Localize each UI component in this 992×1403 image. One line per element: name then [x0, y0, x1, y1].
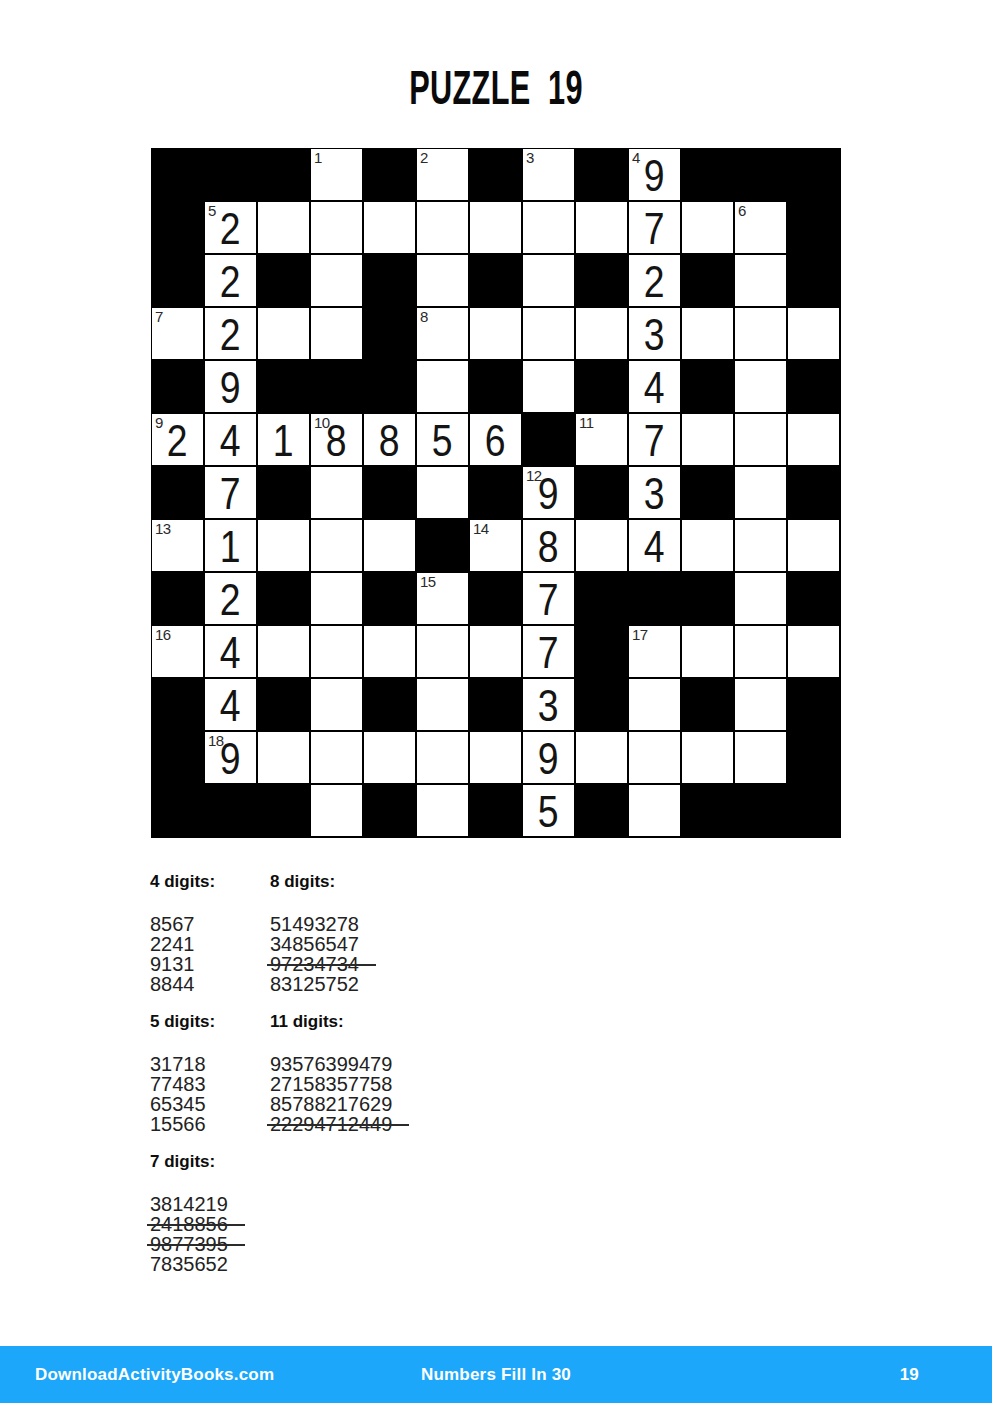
- grid-cell-r7c9[interactable]: 4: [628, 519, 681, 572]
- fill-number: 27158357758: [270, 1074, 390, 1094]
- grid-cell-r8c7[interactable]: 7: [522, 572, 575, 625]
- grid-cell-r1c3[interactable]: [310, 201, 363, 254]
- clue-number-15: 15: [420, 574, 436, 590]
- grid-cell-r9c6[interactable]: [469, 625, 522, 678]
- page-title: PUZZLE 19: [179, 60, 814, 116]
- grid-cell-r6c10: [681, 466, 734, 519]
- grid-cell-r6c2: [257, 466, 310, 519]
- grid-cell-r0c7[interactable]: 3: [522, 148, 575, 201]
- list-group-1: 4 digits:85672241913188448 digits:514932…: [150, 872, 390, 994]
- grid-cell-r1c11[interactable]: 6: [734, 201, 787, 254]
- grid-cell-r10c8: [575, 678, 628, 731]
- cell-digit: 7: [644, 207, 665, 251]
- grid-cell-r5c6[interactable]: 6: [469, 413, 522, 466]
- fill-number: 93576399479: [270, 1054, 390, 1074]
- grid-cell-r4c0: [151, 360, 204, 413]
- grid-cell-r7c12[interactable]: [787, 519, 840, 572]
- grid-cell-r8c10: [681, 572, 734, 625]
- grid-cell-r11c1[interactable]: 189: [204, 731, 257, 784]
- grid-cell-r12c5[interactable]: [416, 784, 469, 837]
- cell-digit: 4: [644, 525, 665, 569]
- fill-number: 83125752: [270, 974, 390, 994]
- grid-cell-r8c8: [575, 572, 628, 625]
- fill-number: 22294712449: [270, 1114, 390, 1134]
- clue-number-8: 8: [420, 309, 428, 325]
- list-section: 8 digits:5149327834856547972347348312575…: [270, 872, 390, 994]
- grid-cell-r2c6: [469, 254, 522, 307]
- fill-number: 8844: [150, 974, 270, 994]
- grid-cell-r3c12[interactable]: [787, 307, 840, 360]
- cell-digit: 2: [220, 207, 241, 251]
- grid-cell-r6c3[interactable]: [310, 466, 363, 519]
- grid-cell-r9c2[interactable]: [257, 625, 310, 678]
- clue-number-9: 9: [155, 415, 163, 431]
- grid-cell-r10c3[interactable]: [310, 678, 363, 731]
- clue-number-6: 6: [738, 203, 746, 219]
- footer-site-text: DownloadActivityBooks.com: [35, 1365, 274, 1385]
- grid-cell-r5c4[interactable]: 8: [363, 413, 416, 466]
- grid-cell-r0c1: [204, 148, 257, 201]
- grid-cell-r7c1[interactable]: 1: [204, 519, 257, 572]
- grid-cell-r4c6: [469, 360, 522, 413]
- grid-cell-r11c7[interactable]: 9: [522, 731, 575, 784]
- grid-cell-r9c4[interactable]: [363, 625, 416, 678]
- grid-cell-r9c5[interactable]: [416, 625, 469, 678]
- list-header: 5 digits:: [150, 1012, 270, 1032]
- grid-cell-r6c8: [575, 466, 628, 519]
- footer-page-number: 19: [900, 1365, 919, 1385]
- grid-cell-r10c12: [787, 678, 840, 731]
- grid-cell-r3c0[interactable]: 7: [151, 307, 204, 360]
- grid-cell-r4c7[interactable]: [522, 360, 575, 413]
- grid-cell-r4c8: [575, 360, 628, 413]
- grid-cell-r4c4: [363, 360, 416, 413]
- grid-cell-r0c0: [151, 148, 204, 201]
- grid-cell-r11c10[interactable]: [681, 731, 734, 784]
- grid-cell-r10c4: [363, 678, 416, 731]
- fill-number: 9131: [150, 954, 270, 974]
- grid-cell-r2c1[interactable]: 2: [204, 254, 257, 307]
- fill-number: 7835652: [150, 1254, 270, 1274]
- grid-cell-r6c6: [469, 466, 522, 519]
- grid-cell-r11c2[interactable]: [257, 731, 310, 784]
- grid-cell-r4c3: [310, 360, 363, 413]
- grid-cell-r6c11[interactable]: [734, 466, 787, 519]
- grid-cell-r8c2: [257, 572, 310, 625]
- list-header: 8 digits:: [270, 872, 390, 892]
- grid-cell-r8c12: [787, 572, 840, 625]
- grid-cell-r7c2[interactable]: [257, 519, 310, 572]
- list-section: 11 digits:935763994792715835775885788217…: [270, 1012, 390, 1134]
- clue-number-14: 14: [473, 521, 489, 537]
- grid-cell-r12c6: [469, 784, 522, 837]
- cell-digit: 3: [538, 684, 559, 728]
- grid-cell-r0c2: [257, 148, 310, 201]
- grid-cell-r4c9[interactable]: 4: [628, 360, 681, 413]
- grid-cell-r7c3[interactable]: [310, 519, 363, 572]
- grid-cell-r9c3[interactable]: [310, 625, 363, 678]
- grid-cell-r7c7[interactable]: 8: [522, 519, 575, 572]
- grid-cell-r11c6[interactable]: [469, 731, 522, 784]
- fill-number: 9877395: [150, 1234, 270, 1254]
- grid-cell-r11c11[interactable]: [734, 731, 787, 784]
- grid-cell-r1c0: [151, 201, 204, 254]
- grid-cell-r1c4[interactable]: [363, 201, 416, 254]
- grid-cell-r5c9[interactable]: 7: [628, 413, 681, 466]
- grid-cell-r1c1[interactable]: 52: [204, 201, 257, 254]
- cell-digit: 7: [538, 578, 559, 622]
- grid-cell-r2c12: [787, 254, 840, 307]
- grid-cell-r8c5[interactable]: 15: [416, 572, 469, 625]
- clue-number-7: 7: [155, 309, 163, 325]
- grid-cell-r8c0: [151, 572, 204, 625]
- grid-cell-r2c2: [257, 254, 310, 307]
- grid-cell-r1c6[interactable]: [469, 201, 522, 254]
- grid-cell-r3c3[interactable]: [310, 307, 363, 360]
- grid-cell-r10c7[interactable]: 3: [522, 678, 575, 731]
- grid-cell-r10c9[interactable]: [628, 678, 681, 731]
- grid-cell-r0c4: [363, 148, 416, 201]
- grid-cell-r12c11: [734, 784, 787, 837]
- grid-cell-r1c9[interactable]: 7: [628, 201, 681, 254]
- grid-cell-r1c8[interactable]: [575, 201, 628, 254]
- list-group-3: 7 digits:3814219241885698773957835652: [150, 1152, 270, 1274]
- grid-cell-r12c0: [151, 784, 204, 837]
- grid-cell-r2c3[interactable]: [310, 254, 363, 307]
- cell-digit: 2: [644, 260, 665, 304]
- cell-digit: 7: [644, 419, 665, 463]
- grid-cell-r3c5[interactable]: 8: [416, 307, 469, 360]
- grid-cell-r5c5[interactable]: 5: [416, 413, 469, 466]
- grid-cell-r0c10: [681, 148, 734, 201]
- clue-number-5: 5: [208, 203, 216, 219]
- grid-cell-r2c5[interactable]: [416, 254, 469, 307]
- grid-cell-r11c3[interactable]: [310, 731, 363, 784]
- grid-cell-r9c10[interactable]: [681, 625, 734, 678]
- cell-digit: 9: [220, 737, 241, 781]
- cell-digit: 3: [644, 472, 665, 516]
- grid-cell-r11c5[interactable]: [416, 731, 469, 784]
- cell-digit: 8: [326, 419, 347, 463]
- grid-cell-r7c0[interactable]: 13: [151, 519, 204, 572]
- grid-cell-r1c5[interactable]: [416, 201, 469, 254]
- grid-cell-r1c2[interactable]: [257, 201, 310, 254]
- grid-cell-r5c10[interactable]: [681, 413, 734, 466]
- grid-cell-r10c1[interactable]: 4: [204, 678, 257, 731]
- grid-cell-r5c12[interactable]: [787, 413, 840, 466]
- grid-cell-r3c6[interactable]: [469, 307, 522, 360]
- grid-cell-r7c6[interactable]: 14: [469, 519, 522, 572]
- grid-cell-r12c10: [681, 784, 734, 837]
- grid-cell-r7c11[interactable]: [734, 519, 787, 572]
- list-header: 4 digits:: [150, 872, 270, 892]
- grid-cell-r3c4: [363, 307, 416, 360]
- grid-cell-r4c12: [787, 360, 840, 413]
- grid-cell-r9c12[interactable]: [787, 625, 840, 678]
- clue-number-2: 2: [420, 150, 428, 166]
- cell-digit: 7: [538, 631, 559, 675]
- grid-cell-r8c3[interactable]: [310, 572, 363, 625]
- grid-cell-r3c2[interactable]: [257, 307, 310, 360]
- list-section: 4 digits:8567224191318844: [150, 872, 270, 994]
- grid-cell-r4c11[interactable]: [734, 360, 787, 413]
- grid-cell-r5c1[interactable]: 4: [204, 413, 257, 466]
- list-section: 5 digits:31718774836534515566: [150, 1012, 270, 1134]
- grid-cell-r11c9[interactable]: [628, 731, 681, 784]
- grid-cell-r3c8[interactable]: [575, 307, 628, 360]
- grid-cell-r4c2: [257, 360, 310, 413]
- fill-number: 8567: [150, 914, 270, 934]
- puzzle-grid: 1234952762272839492411088561177129313114…: [151, 148, 841, 838]
- grid-cell-r6c0: [151, 466, 204, 519]
- grid-cell-r10c6: [469, 678, 522, 731]
- cell-digit: 7: [220, 472, 241, 516]
- cell-digit: 9: [644, 154, 665, 198]
- grid-cell-r0c11: [734, 148, 787, 201]
- footer-book-title: Numbers Fill In 30: [421, 1365, 571, 1385]
- clue-number-4: 4: [632, 150, 640, 166]
- grid-cell-r10c2: [257, 678, 310, 731]
- grid-cell-r0c6: [469, 148, 522, 201]
- grid-cell-r7c8[interactable]: [575, 519, 628, 572]
- fill-number: 2418856: [150, 1214, 270, 1234]
- grid-cell-r0c3[interactable]: 1: [310, 148, 363, 201]
- grid-cell-r9c0[interactable]: 16: [151, 625, 204, 678]
- grid-cell-r3c11[interactable]: [734, 307, 787, 360]
- grid-cell-r2c7[interactable]: [522, 254, 575, 307]
- cell-digit: 1: [220, 525, 241, 569]
- grid-cell-r6c9[interactable]: 3: [628, 466, 681, 519]
- cell-digit: 2: [220, 260, 241, 304]
- fill-number: 2241: [150, 934, 270, 954]
- puzzle-page: PUZZLE 19 123495276227283949241108856117…: [0, 0, 992, 1403]
- grid-cell-r11c8[interactable]: [575, 731, 628, 784]
- cell-digit: 5: [538, 790, 559, 834]
- cell-digit: 4: [644, 366, 665, 410]
- grid-cell-r10c5[interactable]: [416, 678, 469, 731]
- clue-number-17: 17: [632, 627, 648, 643]
- grid-cell-r12c12: [787, 784, 840, 837]
- grid-cell-r3c1[interactable]: 2: [204, 307, 257, 360]
- grid-cell-r11c0: [151, 731, 204, 784]
- cell-digit: 4: [220, 419, 241, 463]
- grid-cell-r1c12: [787, 201, 840, 254]
- cell-digit: 8: [379, 419, 400, 463]
- grid-cell-r8c9: [628, 572, 681, 625]
- fill-number: 65345: [150, 1094, 270, 1114]
- cell-digit: 2: [220, 313, 241, 357]
- grid-cell-r0c9[interactable]: 49: [628, 148, 681, 201]
- grid-cell-r6c4: [363, 466, 416, 519]
- list-header: 7 digits:: [150, 1152, 270, 1172]
- fill-number: 77483: [150, 1074, 270, 1094]
- grid-cell-r9c11[interactable]: [734, 625, 787, 678]
- clue-number-16: 16: [155, 627, 171, 643]
- grid-cell-r7c5: [416, 519, 469, 572]
- fill-number: 97234734: [270, 954, 390, 974]
- grid-cell-r10c0: [151, 678, 204, 731]
- cell-digit: 2: [220, 578, 241, 622]
- cell-digit: 3: [644, 313, 665, 357]
- grid-cell-r2c10: [681, 254, 734, 307]
- grid-cell-r8c6: [469, 572, 522, 625]
- list-header: 11 digits:: [270, 1012, 390, 1032]
- grid-cell-r3c10[interactable]: [681, 307, 734, 360]
- clue-number-1: 1: [314, 150, 322, 166]
- grid-cell-r12c9[interactable]: [628, 784, 681, 837]
- grid-cell-r12c7[interactable]: 5: [522, 784, 575, 837]
- clue-number-3: 3: [526, 150, 534, 166]
- grid-cell-r5c11[interactable]: [734, 413, 787, 466]
- grid-cell-r8c1[interactable]: 2: [204, 572, 257, 625]
- grid-cell-r0c8: [575, 148, 628, 201]
- fill-number: 31718: [150, 1054, 270, 1074]
- grid-cell-r9c7[interactable]: 7: [522, 625, 575, 678]
- grid-cell-r5c3[interactable]: 108: [310, 413, 363, 466]
- grid-cell-r5c0[interactable]: 92: [151, 413, 204, 466]
- cell-digit: 2: [167, 419, 188, 463]
- grid-cell-r1c10[interactable]: [681, 201, 734, 254]
- cell-digit: 9: [538, 472, 559, 516]
- grid-cell-r11c12: [787, 731, 840, 784]
- grid-cell-r4c10: [681, 360, 734, 413]
- grid-cell-r6c5[interactable]: [416, 466, 469, 519]
- cell-digit: 1: [273, 419, 294, 463]
- grid-cell-r12c3[interactable]: [310, 784, 363, 837]
- grid-cell-r3c9[interactable]: 3: [628, 307, 681, 360]
- fill-number: 85788217629: [270, 1094, 390, 1114]
- grid-cell-r4c1[interactable]: 9: [204, 360, 257, 413]
- grid-cell-r0c5[interactable]: 2: [416, 148, 469, 201]
- fill-number: 3814219: [150, 1194, 270, 1214]
- cell-digit: 9: [220, 366, 241, 410]
- footer-bar: DownloadActivityBooks.com Numbers Fill I…: [0, 1346, 992, 1403]
- grid-cell-r9c9[interactable]: 17: [628, 625, 681, 678]
- list-section: 7 digits:3814219241885698773957835652: [150, 1152, 270, 1274]
- grid-cell-r6c7[interactable]: 129: [522, 466, 575, 519]
- grid-cell-r7c10[interactable]: [681, 519, 734, 572]
- cell-digit: 6: [485, 419, 506, 463]
- grid-cell-r3c7[interactable]: [522, 307, 575, 360]
- grid-cell-r5c8[interactable]: 11: [575, 413, 628, 466]
- grid-cell-r0c12: [787, 148, 840, 201]
- grid-cell-r12c4: [363, 784, 416, 837]
- grid-cell-r8c11[interactable]: [734, 572, 787, 625]
- grid-cell-r5c7: [522, 413, 575, 466]
- grid-cell-r1c7[interactable]: [522, 201, 575, 254]
- cell-digit: 8: [538, 525, 559, 569]
- grid-cell-r12c1: [204, 784, 257, 837]
- grid-cell-r2c0: [151, 254, 204, 307]
- grid-cell-r4c5[interactable]: [416, 360, 469, 413]
- grid-cell-r2c9[interactable]: 2: [628, 254, 681, 307]
- grid-cell-r10c10: [681, 678, 734, 731]
- cell-digit: 4: [220, 631, 241, 675]
- grid-cell-r6c12: [787, 466, 840, 519]
- grid-cell-r8c4: [363, 572, 416, 625]
- cell-digit: 9: [538, 737, 559, 781]
- grid-cell-r2c11[interactable]: [734, 254, 787, 307]
- grid-cell-r7c4[interactable]: [363, 519, 416, 572]
- clue-number-13: 13: [155, 521, 171, 537]
- grid-cell-r9c8: [575, 625, 628, 678]
- grid-cell-r9c1[interactable]: 4: [204, 625, 257, 678]
- grid-cell-r11c4[interactable]: [363, 731, 416, 784]
- cell-digit: 4: [220, 684, 241, 728]
- clue-number-11: 11: [579, 415, 594, 431]
- cell-digit: 5: [432, 419, 453, 463]
- grid-cell-r10c11[interactable]: [734, 678, 787, 731]
- grid-cell-r5c2[interactable]: 1: [257, 413, 310, 466]
- grid-cell-r2c4: [363, 254, 416, 307]
- grid-cell-r6c1[interactable]: 7: [204, 466, 257, 519]
- list-group-2: 5 digits:3171877483653451556611 digits:9…: [150, 1012, 390, 1134]
- grid-cell-r12c2: [257, 784, 310, 837]
- fill-number: 15566: [150, 1114, 270, 1134]
- fill-number: 51493278: [270, 914, 390, 934]
- grid-cell-r12c8: [575, 784, 628, 837]
- grid-cell-r2c8: [575, 254, 628, 307]
- fill-number: 34856547: [270, 934, 390, 954]
